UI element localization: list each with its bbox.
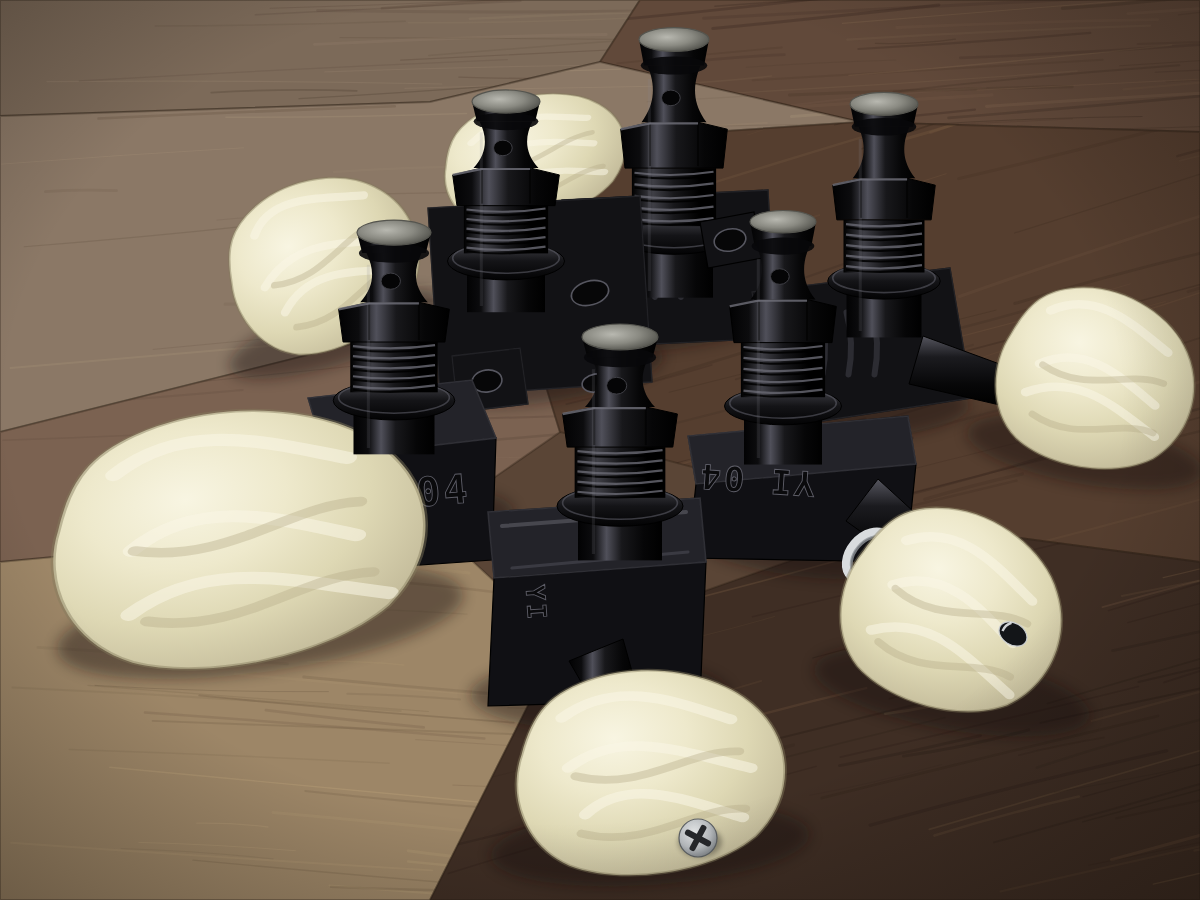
tuners-photo: YI 04YI 04YI xyxy=(0,0,1200,900)
photo-canvas: YI 04YI 04YI xyxy=(0,0,1200,900)
embossed-marking: YI xyxy=(520,584,553,623)
